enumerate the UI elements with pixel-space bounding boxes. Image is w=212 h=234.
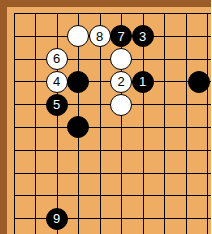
stone-move-number: 9 — [53, 212, 60, 225]
stone-white[interactable] — [67, 25, 89, 47]
stone-black[interactable] — [188, 71, 210, 93]
stone-white[interactable] — [110, 48, 132, 70]
stone-white-6[interactable]: 6 — [46, 48, 68, 70]
stone-white-8[interactable]: 8 — [89, 25, 111, 47]
stone-white-4[interactable]: 4 — [46, 71, 68, 93]
stone-white[interactable] — [110, 94, 132, 116]
board-border-top — [0, 0, 211, 7]
stone-black-5[interactable]: 5 — [46, 94, 68, 116]
stone-move-number: 2 — [117, 75, 124, 88]
go-board-diagram: 873642159 — [0, 0, 211, 234]
stone-move-number: 5 — [53, 98, 60, 111]
stone-black-1[interactable]: 1 — [132, 71, 154, 93]
stone-move-number: 3 — [139, 30, 146, 43]
stone-black-7[interactable]: 7 — [110, 25, 132, 47]
stone-move-number: 1 — [139, 75, 146, 88]
stone-move-number: 7 — [117, 30, 124, 43]
stone-move-number: 8 — [96, 30, 103, 43]
stone-white-2[interactable]: 2 — [110, 71, 132, 93]
stone-move-number: 4 — [53, 75, 60, 88]
stone-black-9[interactable]: 9 — [46, 208, 68, 230]
stone-black[interactable] — [67, 71, 89, 93]
board-grid-lines[interactable] — [14, 13, 212, 234]
stone-black-3[interactable]: 3 — [132, 25, 154, 47]
stone-move-number: 6 — [53, 52, 60, 65]
board-border-left — [0, 0, 7, 234]
